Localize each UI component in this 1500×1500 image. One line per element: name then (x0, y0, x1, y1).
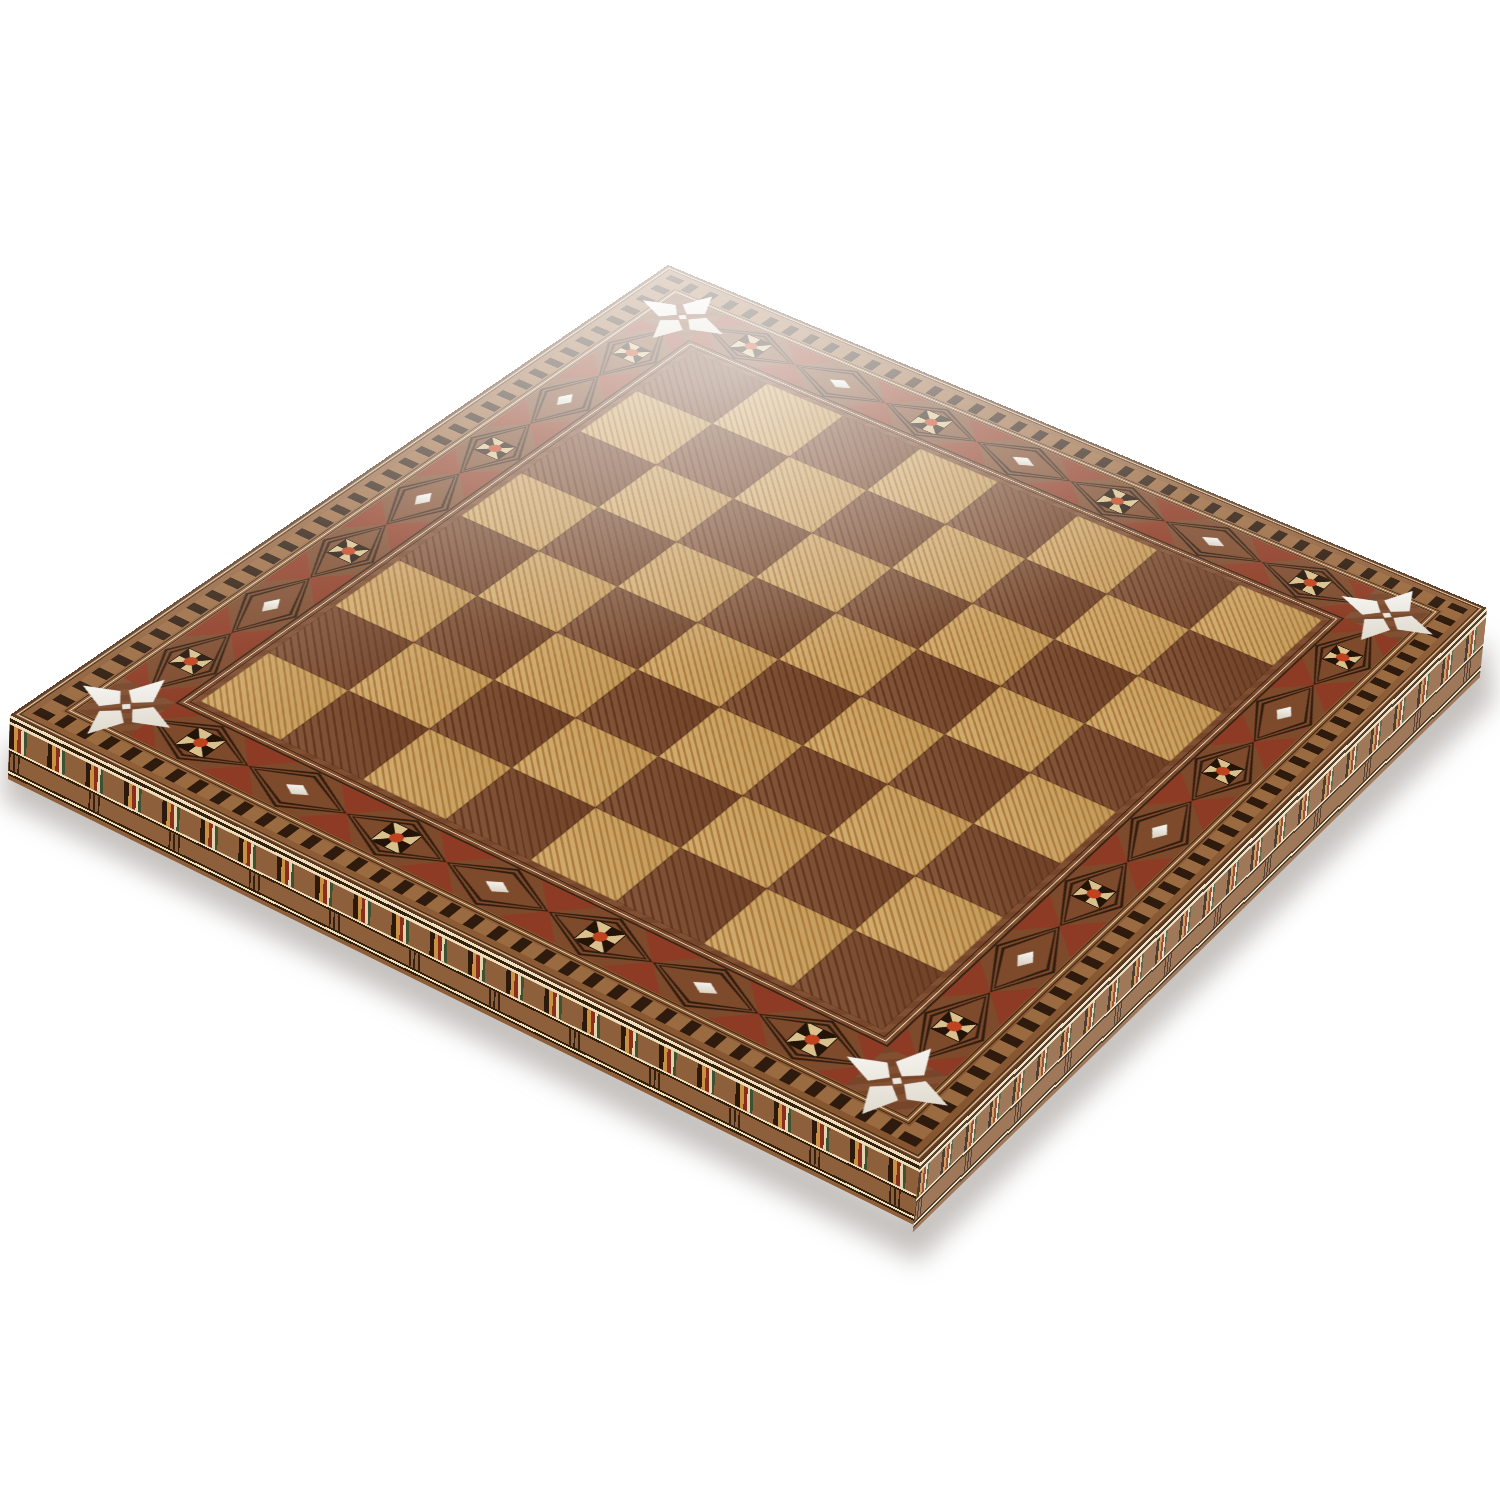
pearl-lozenge (551, 391, 579, 408)
pearl-lozenge (1198, 533, 1228, 550)
pearl-lozenge (408, 490, 438, 508)
photo-scene (0, 0, 1500, 1500)
pearl-lozenge (1010, 948, 1041, 970)
rosette-medallion (1071, 879, 1117, 909)
pearl-lozenge (255, 596, 286, 615)
rosette-medallion (474, 436, 517, 460)
pearl-lozenge (688, 977, 723, 998)
pearl-lozenge (1270, 703, 1298, 722)
rosette-medallion (612, 341, 653, 363)
rosette-medallion (326, 538, 371, 563)
pearl-lozenge (1145, 821, 1175, 842)
pearl-lozenge (280, 780, 314, 800)
pearl-lozenge (1008, 453, 1038, 469)
pearl-lozenge (825, 376, 855, 391)
pearl-lozenge (480, 877, 515, 898)
rosette-medallion (930, 1011, 978, 1043)
rosette-medallion (1201, 757, 1245, 785)
rosette-medallion (1322, 644, 1364, 670)
